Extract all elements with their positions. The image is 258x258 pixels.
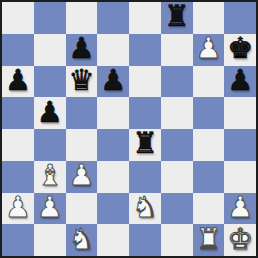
chess-board: ♜♟♟♚♟♛♟♟♟♜♝♟♟♟♞♟♞♜♚	[2, 2, 256, 256]
square-h4[interactable]	[224, 129, 256, 161]
square-g4[interactable]	[193, 129, 225, 161]
square-d7[interactable]	[97, 34, 129, 66]
square-g1[interactable]: ♜	[193, 224, 225, 256]
square-b6[interactable]	[34, 66, 66, 98]
square-f5[interactable]	[161, 97, 193, 129]
square-d4[interactable]	[97, 129, 129, 161]
white-pawn[interactable]: ♟	[37, 193, 63, 222]
square-f4[interactable]	[161, 129, 193, 161]
square-g6[interactable]	[193, 66, 225, 98]
square-b1[interactable]	[34, 224, 66, 256]
white-pawn[interactable]: ♟	[5, 193, 31, 222]
black-pawn[interactable]: ♟	[5, 66, 31, 95]
square-d8[interactable]	[97, 2, 129, 34]
square-d6[interactable]: ♟	[97, 66, 129, 98]
square-g5[interactable]	[193, 97, 225, 129]
square-a3[interactable]	[2, 161, 34, 193]
square-a2[interactable]: ♟	[2, 193, 34, 225]
square-d1[interactable]	[97, 224, 129, 256]
square-b4[interactable]	[34, 129, 66, 161]
square-a4[interactable]	[2, 129, 34, 161]
black-pawn[interactable]: ♟	[100, 66, 126, 95]
square-h5[interactable]	[224, 97, 256, 129]
square-a7[interactable]	[2, 34, 34, 66]
square-h1[interactable]: ♚	[224, 224, 256, 256]
square-h3[interactable]	[224, 161, 256, 193]
square-c8[interactable]	[66, 2, 98, 34]
square-d5[interactable]	[97, 97, 129, 129]
white-king[interactable]: ♚	[227, 225, 253, 254]
square-c5[interactable]	[66, 97, 98, 129]
square-c4[interactable]	[66, 129, 98, 161]
square-f7[interactable]	[161, 34, 193, 66]
square-h7[interactable]: ♚	[224, 34, 256, 66]
chess-diagram: ♜♟♟♚♟♛♟♟♟♜♝♟♟♟♞♟♞♜♚	[0, 0, 258, 258]
black-pawn[interactable]: ♟	[227, 66, 253, 95]
square-e7[interactable]	[129, 34, 161, 66]
square-a8[interactable]	[2, 2, 34, 34]
square-c6[interactable]: ♛	[66, 66, 98, 98]
square-g7[interactable]: ♟	[193, 34, 225, 66]
square-g8[interactable]	[193, 2, 225, 34]
square-h6[interactable]: ♟	[224, 66, 256, 98]
square-b5[interactable]: ♟	[34, 97, 66, 129]
square-e1[interactable]	[129, 224, 161, 256]
square-e6[interactable]	[129, 66, 161, 98]
white-pawn[interactable]: ♟	[227, 193, 253, 222]
square-b2[interactable]: ♟	[34, 193, 66, 225]
white-knight[interactable]: ♞	[68, 225, 94, 254]
square-e4[interactable]: ♜	[129, 129, 161, 161]
square-f8[interactable]: ♜	[161, 2, 193, 34]
square-e2[interactable]: ♞	[129, 193, 161, 225]
square-f3[interactable]	[161, 161, 193, 193]
square-b8[interactable]	[34, 2, 66, 34]
black-pawn[interactable]: ♟	[37, 98, 63, 127]
square-h8[interactable]	[224, 2, 256, 34]
square-e8[interactable]	[129, 2, 161, 34]
square-f2[interactable]	[161, 193, 193, 225]
square-d3[interactable]	[97, 161, 129, 193]
square-a5[interactable]	[2, 97, 34, 129]
square-e3[interactable]	[129, 161, 161, 193]
square-b7[interactable]	[34, 34, 66, 66]
white-knight[interactable]: ♞	[132, 193, 158, 222]
square-e5[interactable]	[129, 97, 161, 129]
white-rook[interactable]: ♜	[195, 225, 221, 254]
square-c1[interactable]: ♞	[66, 224, 98, 256]
black-rook[interactable]: ♜	[132, 129, 158, 158]
white-pawn[interactable]: ♟	[68, 161, 94, 190]
white-pawn[interactable]: ♟	[195, 34, 221, 63]
square-c3[interactable]: ♟	[66, 161, 98, 193]
square-a6[interactable]: ♟	[2, 66, 34, 98]
black-queen[interactable]: ♛	[68, 66, 94, 95]
square-c2[interactable]	[66, 193, 98, 225]
white-bishop[interactable]: ♝	[37, 161, 63, 190]
square-g3[interactable]	[193, 161, 225, 193]
black-king[interactable]: ♚	[227, 34, 253, 63]
square-h2[interactable]: ♟	[224, 193, 256, 225]
square-b3[interactable]: ♝	[34, 161, 66, 193]
square-f6[interactable]	[161, 66, 193, 98]
square-d2[interactable]	[97, 193, 129, 225]
square-g2[interactable]	[193, 193, 225, 225]
square-a1[interactable]	[2, 224, 34, 256]
square-f1[interactable]	[161, 224, 193, 256]
black-rook[interactable]: ♜	[164, 2, 190, 31]
black-pawn[interactable]: ♟	[68, 34, 94, 63]
square-c7[interactable]: ♟	[66, 34, 98, 66]
